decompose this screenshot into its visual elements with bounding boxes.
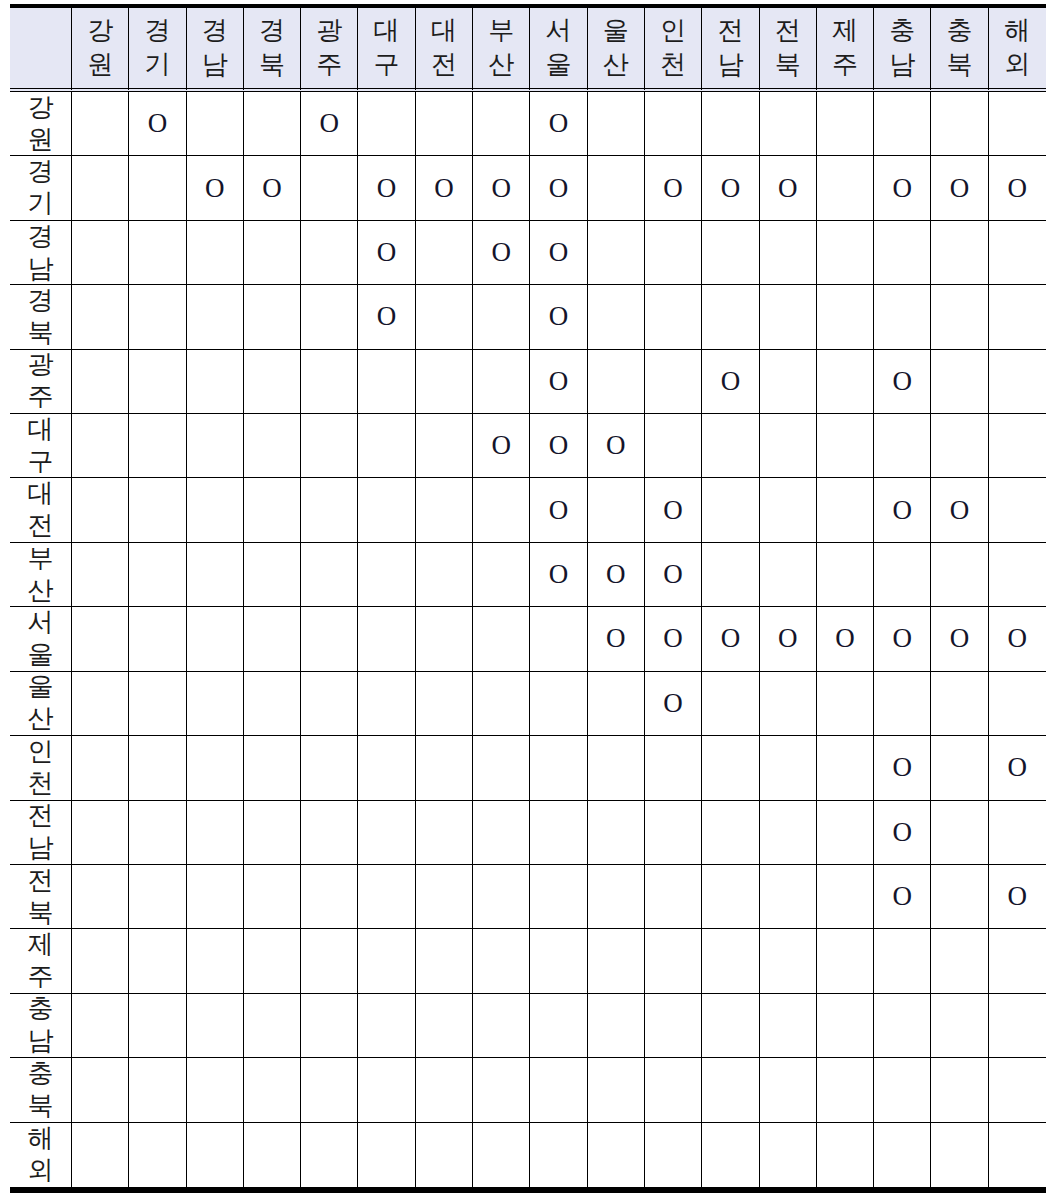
cell-r3-c13: [760, 221, 817, 285]
col-header-16: 충 북: [931, 8, 988, 92]
cell-r2-c15: O: [874, 156, 931, 220]
cell-r13-c3: [187, 865, 244, 929]
cell-r3-c14: [817, 221, 874, 285]
cell-r16-c9: [530, 1058, 587, 1122]
cell-r16-c6: [358, 1058, 415, 1122]
o-mark: O: [377, 173, 397, 204]
cell-r14-c6: [358, 929, 415, 993]
cell-r15-c12: [702, 994, 759, 1058]
o-mark: O: [606, 559, 626, 590]
o-mark: O: [549, 559, 569, 590]
o-mark: O: [721, 623, 741, 654]
cell-r10-c4: [244, 672, 301, 736]
o-mark: O: [491, 237, 511, 268]
cell-r7-c17: [989, 478, 1046, 542]
o-mark: O: [778, 173, 798, 204]
cell-r1-c14: [817, 92, 874, 156]
cell-r7-c10: [588, 478, 645, 542]
o-mark: O: [663, 623, 683, 654]
cell-r11-c1: [72, 736, 129, 800]
cell-r6-c5: [301, 414, 358, 478]
cell-r12-c9: [530, 801, 587, 865]
cell-r1-c9: O: [530, 92, 587, 156]
cell-r13-c10: [588, 865, 645, 929]
cell-r15-c5: [301, 994, 358, 1058]
col-header-2: 경 기: [129, 8, 186, 92]
cell-r13-c16: [931, 865, 988, 929]
cell-r1-c11: [645, 92, 702, 156]
cell-r3-c7: [416, 221, 473, 285]
cell-r11-c12: [702, 736, 759, 800]
cell-r1-c1: [72, 92, 129, 156]
cell-r9-c3: [187, 607, 244, 671]
cell-r8-c3: [187, 543, 244, 607]
cell-r10-c9: [530, 672, 587, 736]
cell-r8-c7: [416, 543, 473, 607]
cell-r16-c4: [244, 1058, 301, 1122]
cell-r15-c11: [645, 994, 702, 1058]
cell-r11-c14: [817, 736, 874, 800]
cell-r16-c13: [760, 1058, 817, 1122]
cell-r4-c5: [301, 285, 358, 349]
cell-r13-c11: [645, 865, 702, 929]
cell-r11-c7: [416, 736, 473, 800]
col-header-5: 광 주: [301, 8, 358, 92]
cell-r8-c12: [702, 543, 759, 607]
o-mark: O: [434, 173, 454, 204]
cell-r4-c13: [760, 285, 817, 349]
cell-r9-c17: O: [989, 607, 1046, 671]
cell-r11-c11: [645, 736, 702, 800]
cell-r1-c5: O: [301, 92, 358, 156]
cell-r16-c8: [473, 1058, 530, 1122]
cell-r11-c16: [931, 736, 988, 800]
row-header-11: 인 천: [10, 736, 72, 800]
o-mark: O: [950, 173, 970, 204]
cell-r4-c3: [187, 285, 244, 349]
cell-r16-c16: [931, 1058, 988, 1122]
cell-r2-c16: O: [931, 156, 988, 220]
o-mark: O: [893, 752, 913, 783]
col-header-9: 서 울: [530, 8, 587, 92]
cell-r14-c4: [244, 929, 301, 993]
o-mark: O: [549, 366, 569, 397]
cell-r5-c9: O: [530, 350, 587, 414]
cell-r3-c9: O: [530, 221, 587, 285]
cell-r4-c11: [645, 285, 702, 349]
cell-r9-c16: O: [931, 607, 988, 671]
cell-r16-c3: [187, 1058, 244, 1122]
cell-r6-c9: O: [530, 414, 587, 478]
cell-r13-c1: [72, 865, 129, 929]
cell-r11-c10: [588, 736, 645, 800]
o-mark: O: [835, 623, 855, 654]
cell-r11-c3: [187, 736, 244, 800]
cell-r6-c7: [416, 414, 473, 478]
cell-r1-c13: [760, 92, 817, 156]
cell-r3-c12: [702, 221, 759, 285]
cell-r9-c4: [244, 607, 301, 671]
o-mark: O: [1008, 881, 1028, 912]
cell-r1-c8: [473, 92, 530, 156]
cell-r11-c6: [358, 736, 415, 800]
cell-r17-c6: [358, 1123, 415, 1187]
cell-r5-c12: O: [702, 350, 759, 414]
cell-r16-c17: [989, 1058, 1046, 1122]
cell-r14-c3: [187, 929, 244, 993]
cell-r17-c5: [301, 1123, 358, 1187]
cell-r6-c16: [931, 414, 988, 478]
cell-r13-c17: O: [989, 865, 1046, 929]
cell-r6-c12: [702, 414, 759, 478]
cell-r13-c14: [817, 865, 874, 929]
cell-r11-c13: [760, 736, 817, 800]
cell-r8-c10: O: [588, 543, 645, 607]
cell-r12-c2: [129, 801, 186, 865]
row-header-1: 강 원: [10, 92, 72, 156]
cell-r11-c5: [301, 736, 358, 800]
o-mark: O: [1008, 752, 1028, 783]
cell-r13-c15: O: [874, 865, 931, 929]
cell-r17-c8: [473, 1123, 530, 1187]
cell-r14-c17: [989, 929, 1046, 993]
o-mark: O: [377, 237, 397, 268]
cell-r10-c3: [187, 672, 244, 736]
cell-r7-c4: [244, 478, 301, 542]
cell-r2-c12: O: [702, 156, 759, 220]
cell-r6-c17: [989, 414, 1046, 478]
row-header-8: 부 산: [10, 543, 72, 607]
o-mark: O: [377, 301, 397, 332]
cell-r12-c1: [72, 801, 129, 865]
cell-r12-c7: [416, 801, 473, 865]
cell-r17-c13: [760, 1123, 817, 1187]
cell-r1-c16: [931, 92, 988, 156]
cell-r7-c15: O: [874, 478, 931, 542]
cell-r8-c9: O: [530, 543, 587, 607]
cell-r2-c7: O: [416, 156, 473, 220]
cell-r2-c2: [129, 156, 186, 220]
cell-r16-c12: [702, 1058, 759, 1122]
col-header-11: 인 천: [645, 8, 702, 92]
cell-r6-c14: [817, 414, 874, 478]
cell-r5-c4: [244, 350, 301, 414]
col-header-12: 전 남: [702, 8, 759, 92]
cell-r1-c12: [702, 92, 759, 156]
cell-r12-c6: [358, 801, 415, 865]
cell-r15-c8: [473, 994, 530, 1058]
cell-r7-c16: O: [931, 478, 988, 542]
cell-r3-c5: [301, 221, 358, 285]
cell-r12-c12: [702, 801, 759, 865]
cell-r4-c6: O: [358, 285, 415, 349]
cell-r9-c2: [129, 607, 186, 671]
cell-r16-c5: [301, 1058, 358, 1122]
cell-r7-c12: [702, 478, 759, 542]
cell-r7-c13: [760, 478, 817, 542]
cell-r9-c11: O: [645, 607, 702, 671]
o-mark: O: [721, 366, 741, 397]
col-header-17: 해 외: [989, 8, 1046, 92]
col-header-8: 부 산: [473, 8, 530, 92]
col-header-7: 대 전: [416, 8, 473, 92]
cell-r4-c16: [931, 285, 988, 349]
cell-r16-c10: [588, 1058, 645, 1122]
row-header-15: 충 남: [10, 994, 72, 1058]
cell-r14-c15: [874, 929, 931, 993]
cell-r16-c15: [874, 1058, 931, 1122]
cell-r9-c14: O: [817, 607, 874, 671]
cell-r10-c11: O: [645, 672, 702, 736]
cell-r1-c10: [588, 92, 645, 156]
cell-r6-c15: [874, 414, 931, 478]
cell-r8-c2: [129, 543, 186, 607]
cell-r4-c14: [817, 285, 874, 349]
cell-r17-c10: [588, 1123, 645, 1187]
cell-r6-c3: [187, 414, 244, 478]
o-mark: O: [721, 173, 741, 204]
cell-r8-c11: O: [645, 543, 702, 607]
cell-r10-c15: [874, 672, 931, 736]
o-mark: O: [491, 430, 511, 461]
o-mark: O: [663, 495, 683, 526]
cell-r7-c8: [473, 478, 530, 542]
cell-r2-c17: O: [989, 156, 1046, 220]
cell-r13-c12: [702, 865, 759, 929]
cell-r14-c7: [416, 929, 473, 993]
cell-r7-c1: [72, 478, 129, 542]
o-mark: O: [549, 173, 569, 204]
cell-r13-c5: [301, 865, 358, 929]
cell-r3-c11: [645, 221, 702, 285]
o-mark: O: [950, 623, 970, 654]
cell-r12-c16: [931, 801, 988, 865]
o-mark: O: [950, 495, 970, 526]
cell-r3-c8: O: [473, 221, 530, 285]
cell-r14-c1: [72, 929, 129, 993]
cell-r4-c2: [129, 285, 186, 349]
cell-r7-c3: [187, 478, 244, 542]
cell-r4-c1: [72, 285, 129, 349]
cell-r10-c5: [301, 672, 358, 736]
corner-cell: [10, 8, 72, 92]
cell-r17-c17: [989, 1123, 1046, 1187]
cell-r11-c4: [244, 736, 301, 800]
cell-r5-c7: [416, 350, 473, 414]
cell-r9-c13: O: [760, 607, 817, 671]
row-header-9: 서 울: [10, 607, 72, 671]
cell-r6-c11: [645, 414, 702, 478]
cell-r4-c17: [989, 285, 1046, 349]
cell-r14-c11: [645, 929, 702, 993]
cell-r16-c1: [72, 1058, 129, 1122]
cell-r11-c8: [473, 736, 530, 800]
cell-r10-c6: [358, 672, 415, 736]
cell-r8-c13: [760, 543, 817, 607]
cell-r15-c9: [530, 994, 587, 1058]
cell-r3-c1: [72, 221, 129, 285]
cell-r3-c6: O: [358, 221, 415, 285]
cell-r10-c17: [989, 672, 1046, 736]
cell-r6-c1: [72, 414, 129, 478]
cell-r9-c10: O: [588, 607, 645, 671]
cell-r14-c5: [301, 929, 358, 993]
cell-r5-c17: [989, 350, 1046, 414]
cell-r6-c4: [244, 414, 301, 478]
cell-r15-c3: [187, 994, 244, 1058]
cell-r14-c14: [817, 929, 874, 993]
cell-r15-c2: [129, 994, 186, 1058]
row-header-17: 해 외: [10, 1123, 72, 1187]
o-mark: O: [893, 495, 913, 526]
cell-r17-c16: [931, 1123, 988, 1187]
col-header-14: 제 주: [817, 8, 874, 92]
o-mark: O: [320, 108, 340, 139]
cell-r10-c12: [702, 672, 759, 736]
cell-r10-c7: [416, 672, 473, 736]
cell-r2-c11: O: [645, 156, 702, 220]
cell-r4-c12: [702, 285, 759, 349]
cell-r2-c1: [72, 156, 129, 220]
cell-r8-c1: [72, 543, 129, 607]
cell-r14-c2: [129, 929, 186, 993]
cell-r14-c10: [588, 929, 645, 993]
cell-r14-c13: [760, 929, 817, 993]
cell-r1-c4: [244, 92, 301, 156]
cell-r5-c5: [301, 350, 358, 414]
o-mark: O: [606, 430, 626, 461]
o-mark: O: [262, 173, 282, 204]
cell-r3-c10: [588, 221, 645, 285]
cell-r2-c10: [588, 156, 645, 220]
cell-r16-c11: [645, 1058, 702, 1122]
cell-r11-c9: [530, 736, 587, 800]
row-header-16: 충 북: [10, 1058, 72, 1122]
col-header-15: 충 남: [874, 8, 931, 92]
col-header-4: 경 북: [244, 8, 301, 92]
cell-r12-c10: [588, 801, 645, 865]
cell-r13-c4: [244, 865, 301, 929]
cell-r4-c8: [473, 285, 530, 349]
row-header-7: 대 전: [10, 478, 72, 542]
cell-r17-c11: [645, 1123, 702, 1187]
cell-r10-c2: [129, 672, 186, 736]
cell-r12-c15: O: [874, 801, 931, 865]
cell-r6-c10: O: [588, 414, 645, 478]
cell-r7-c6: [358, 478, 415, 542]
cell-r1-c15: [874, 92, 931, 156]
cell-r17-c2: [129, 1123, 186, 1187]
cell-r8-c4: [244, 543, 301, 607]
col-header-10: 울 산: [588, 8, 645, 92]
row-header-6: 대 구: [10, 414, 72, 478]
cell-r9-c5: [301, 607, 358, 671]
o-mark: O: [1008, 173, 1028, 204]
cell-r10-c1: [72, 672, 129, 736]
cell-r6-c13: [760, 414, 817, 478]
cell-r8-c15: [874, 543, 931, 607]
cell-r6-c2: [129, 414, 186, 478]
cell-r5-c11: [645, 350, 702, 414]
cell-r5-c8: [473, 350, 530, 414]
cell-r10-c13: [760, 672, 817, 736]
o-mark: O: [893, 881, 913, 912]
cell-r4-c15: [874, 285, 931, 349]
cell-r16-c2: [129, 1058, 186, 1122]
cell-r8-c6: [358, 543, 415, 607]
cell-r9-c8: [473, 607, 530, 671]
cell-r2-c4: O: [244, 156, 301, 220]
cell-r7-c7: [416, 478, 473, 542]
cell-r11-c15: O: [874, 736, 931, 800]
cell-r15-c13: [760, 994, 817, 1058]
cell-r15-c4: [244, 994, 301, 1058]
o-mark: O: [663, 688, 683, 719]
cell-r5-c16: [931, 350, 988, 414]
o-mark: O: [148, 108, 168, 139]
col-header-3: 경 남: [187, 8, 244, 92]
cell-r4-c7: [416, 285, 473, 349]
cell-r1-c2: O: [129, 92, 186, 156]
cell-r5-c2: [129, 350, 186, 414]
cell-r2-c3: O: [187, 156, 244, 220]
cell-r15-c1: [72, 994, 129, 1058]
cell-r2-c8: O: [473, 156, 530, 220]
o-mark: O: [893, 366, 913, 397]
cell-r5-c15: O: [874, 350, 931, 414]
cell-r14-c12: [702, 929, 759, 993]
cell-r3-c3: [187, 221, 244, 285]
cell-r3-c4: [244, 221, 301, 285]
o-mark: O: [549, 301, 569, 332]
cell-r8-c14: [817, 543, 874, 607]
o-mark: O: [205, 173, 225, 204]
o-mark: O: [778, 623, 798, 654]
cell-r15-c7: [416, 994, 473, 1058]
cell-r1-c17: [989, 92, 1046, 156]
cell-r4-c4: [244, 285, 301, 349]
col-header-6: 대 구: [358, 8, 415, 92]
o-mark: O: [549, 430, 569, 461]
cell-r3-c15: [874, 221, 931, 285]
cell-r9-c15: O: [874, 607, 931, 671]
o-mark: O: [893, 173, 913, 204]
o-mark: O: [491, 173, 511, 204]
cell-r14-c16: [931, 929, 988, 993]
o-mark: O: [663, 173, 683, 204]
row-header-2: 경 기: [10, 156, 72, 220]
o-mark: O: [549, 108, 569, 139]
cell-r13-c6: [358, 865, 415, 929]
o-mark: O: [549, 237, 569, 268]
cell-r8-c16: [931, 543, 988, 607]
cell-r13-c13: [760, 865, 817, 929]
cell-r15-c16: [931, 994, 988, 1058]
row-header-4: 경 북: [10, 285, 72, 349]
cell-r11-c2: [129, 736, 186, 800]
cell-r8-c5: [301, 543, 358, 607]
row-header-10: 울 산: [10, 672, 72, 736]
cell-r1-c6: [358, 92, 415, 156]
cell-r12-c11: [645, 801, 702, 865]
cell-r16-c14: [817, 1058, 874, 1122]
cell-r17-c12: [702, 1123, 759, 1187]
cell-r5-c10: [588, 350, 645, 414]
cell-r2-c13: O: [760, 156, 817, 220]
cell-r2-c9: O: [530, 156, 587, 220]
row-header-13: 전 북: [10, 865, 72, 929]
cell-r16-c7: [416, 1058, 473, 1122]
